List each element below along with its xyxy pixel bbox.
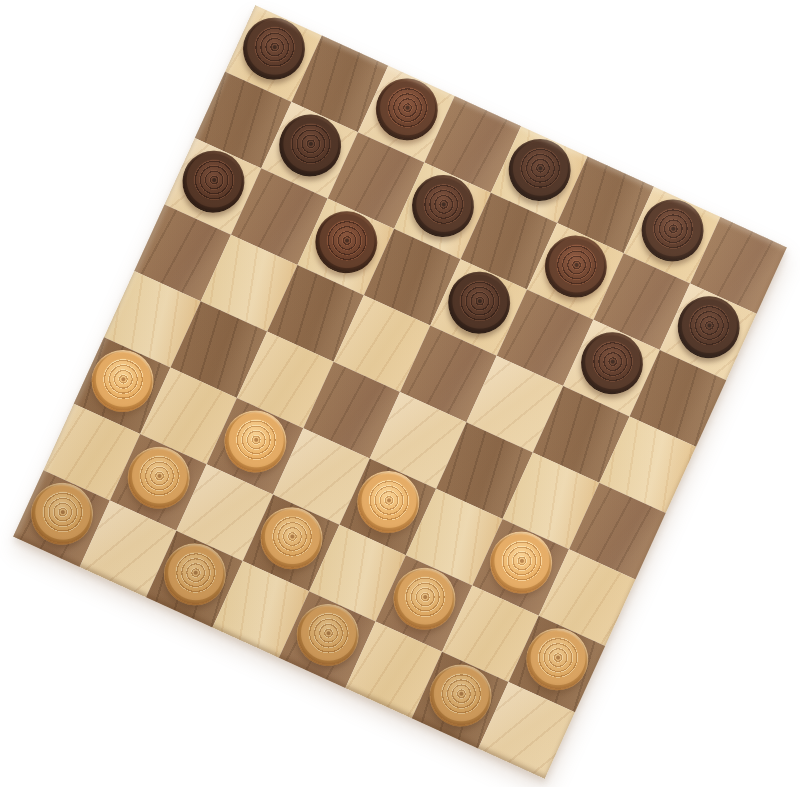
checkers-board	[13, 5, 787, 779]
photo-stage	[0, 0, 800, 787]
